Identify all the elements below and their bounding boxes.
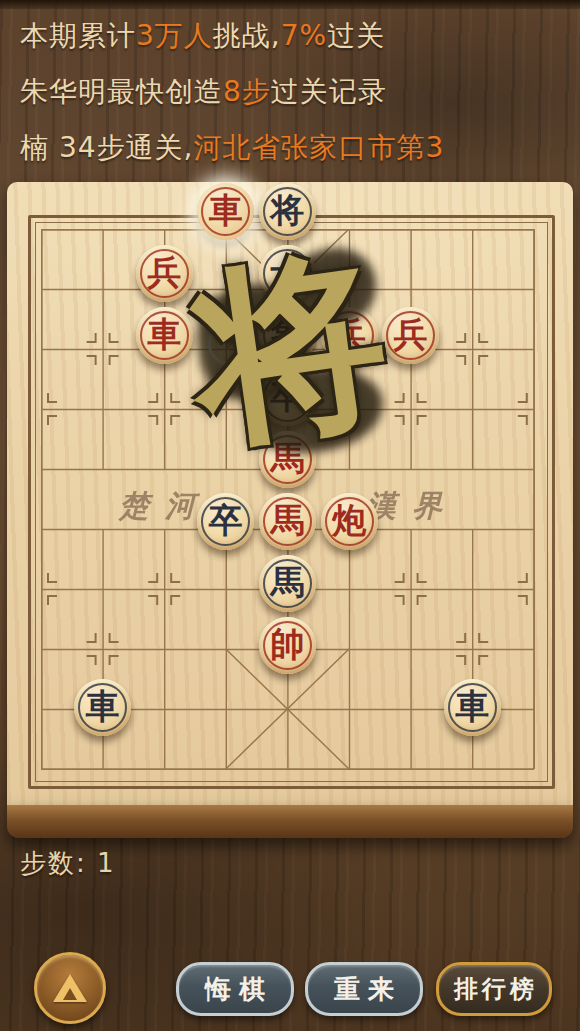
- header-line-2: 朱华明最快创造8步过关记录: [20, 70, 444, 126]
- black-piece-車[interactable]: 車: [444, 679, 501, 736]
- header-text-segment: 挑战,: [213, 19, 281, 52]
- challenge-header: 本期累计3万人挑战,7%过关 朱华明最快创造8步过关记录 楠 34步通关,河北省…: [20, 14, 444, 182]
- header-text-segment: 楠 34步通关,: [20, 131, 193, 164]
- app-logo-button[interactable]: [34, 952, 106, 1024]
- header-text-segment: 过关: [327, 19, 385, 52]
- header-line-3: 楠 34步通关,河北省张家口市第3: [20, 126, 444, 182]
- move-counter: 步数: 1: [20, 846, 116, 881]
- mountain-logo-icon: [53, 974, 87, 1002]
- leaderboard-button[interactable]: 排行榜: [436, 962, 552, 1016]
- check-stamp: 将: [161, 230, 419, 475]
- move-counter-value: 1: [97, 848, 116, 878]
- header-text-segment: 本期累计: [20, 19, 136, 52]
- red-piece-車[interactable]: 車: [197, 183, 254, 240]
- check-stamp-glyph: 将: [171, 231, 410, 470]
- top-shadow-strip: [0, 0, 580, 9]
- move-counter-label: 步数:: [20, 848, 87, 878]
- header-line-1: 本期累计3万人挑战,7%过关: [20, 14, 444, 70]
- header-text-segment: 8步: [223, 75, 271, 108]
- header-text-segment: 7%: [281, 19, 327, 52]
- header-text-segment: 朱华明最快创造: [20, 75, 223, 108]
- header-text-segment: 3万人: [136, 19, 213, 52]
- red-piece-馬[interactable]: 馬: [259, 493, 316, 550]
- restart-button[interactable]: 重来: [305, 962, 423, 1016]
- red-piece-帥[interactable]: 帥: [259, 617, 316, 674]
- black-piece-車[interactable]: 車: [74, 679, 131, 736]
- red-piece-炮[interactable]: 炮: [321, 493, 378, 550]
- header-text-segment: 河北省张家口市第3: [193, 131, 444, 164]
- undo-button[interactable]: 悔棋: [176, 962, 294, 1016]
- header-text-segment: 过关记录: [271, 75, 387, 108]
- black-piece-馬[interactable]: 馬: [259, 555, 316, 612]
- board-plank-edge: [7, 805, 573, 838]
- black-piece-卒[interactable]: 卒: [197, 493, 254, 550]
